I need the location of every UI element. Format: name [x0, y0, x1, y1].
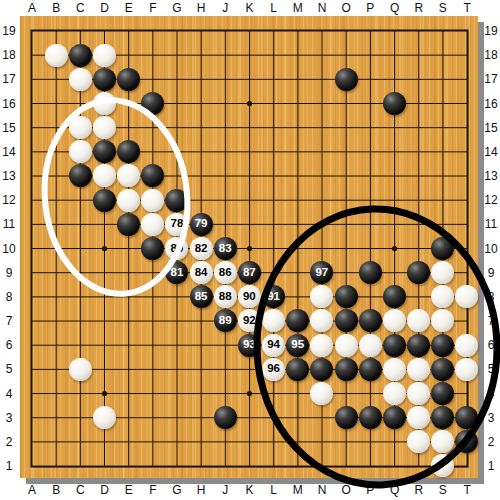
intersection[interactable] — [189, 116, 213, 140]
intersection[interactable] — [141, 357, 165, 381]
intersection[interactable]: 85 — [189, 285, 213, 309]
intersection[interactable] — [117, 212, 141, 236]
intersection[interactable] — [141, 333, 165, 357]
intersection[interactable] — [44, 381, 68, 405]
intersection[interactable] — [20, 236, 44, 260]
intersection[interactable] — [358, 212, 382, 236]
intersection[interactable] — [358, 357, 382, 381]
intersection[interactable] — [455, 116, 479, 140]
intersection[interactable]: 97 — [310, 260, 334, 284]
intersection[interactable] — [141, 285, 165, 309]
intersection[interactable] — [165, 285, 189, 309]
intersection[interactable] — [92, 381, 116, 405]
intersection[interactable] — [334, 67, 358, 91]
intersection[interactable] — [431, 116, 455, 140]
intersection[interactable] — [165, 405, 189, 429]
intersection[interactable] — [237, 236, 261, 260]
intersection[interactable] — [92, 188, 116, 212]
intersection[interactable] — [20, 140, 44, 164]
intersection[interactable] — [310, 309, 334, 333]
intersection[interactable] — [358, 116, 382, 140]
intersection[interactable] — [141, 260, 165, 284]
intersection[interactable] — [189, 188, 213, 212]
intersection[interactable] — [431, 357, 455, 381]
intersection[interactable] — [406, 19, 430, 43]
intersection[interactable] — [141, 188, 165, 212]
intersection[interactable] — [334, 381, 358, 405]
intersection[interactable] — [92, 405, 116, 429]
intersection[interactable] — [431, 43, 455, 67]
intersection[interactable] — [92, 454, 116, 478]
intersection[interactable] — [20, 43, 44, 67]
intersection[interactable] — [117, 430, 141, 454]
intersection[interactable] — [261, 116, 285, 140]
intersection[interactable] — [406, 309, 430, 333]
intersection[interactable] — [68, 381, 92, 405]
intersection[interactable] — [117, 164, 141, 188]
intersection[interactable] — [237, 67, 261, 91]
intersection[interactable] — [358, 285, 382, 309]
intersection[interactable] — [44, 357, 68, 381]
intersection[interactable] — [92, 116, 116, 140]
intersection[interactable] — [286, 116, 310, 140]
intersection[interactable] — [117, 19, 141, 43]
intersection[interactable] — [334, 309, 358, 333]
intersection[interactable] — [92, 333, 116, 357]
intersection[interactable] — [189, 164, 213, 188]
intersection[interactable] — [44, 285, 68, 309]
intersection[interactable] — [237, 116, 261, 140]
intersection[interactable] — [68, 116, 92, 140]
intersection[interactable] — [189, 19, 213, 43]
intersection[interactable] — [20, 19, 44, 43]
intersection[interactable] — [406, 140, 430, 164]
intersection[interactable] — [261, 140, 285, 164]
intersection[interactable] — [44, 333, 68, 357]
intersection[interactable]: 92 — [237, 309, 261, 333]
intersection[interactable] — [92, 285, 116, 309]
intersection[interactable] — [20, 309, 44, 333]
intersection[interactable] — [237, 164, 261, 188]
intersection[interactable] — [141, 43, 165, 67]
intersection[interactable] — [165, 67, 189, 91]
intersection[interactable] — [141, 67, 165, 91]
intersection[interactable] — [141, 140, 165, 164]
intersection[interactable] — [68, 260, 92, 284]
intersection[interactable] — [92, 212, 116, 236]
intersection[interactable] — [44, 19, 68, 43]
intersection[interactable] — [189, 430, 213, 454]
intersection[interactable] — [44, 43, 68, 67]
intersection[interactable] — [44, 236, 68, 260]
intersection[interactable] — [117, 309, 141, 333]
intersection[interactable] — [261, 454, 285, 478]
intersection[interactable] — [406, 357, 430, 381]
intersection[interactable]: 89 — [213, 309, 237, 333]
intersection[interactable] — [455, 19, 479, 43]
intersection[interactable] — [213, 19, 237, 43]
intersection[interactable] — [431, 164, 455, 188]
intersection[interactable] — [334, 405, 358, 429]
intersection[interactable] — [189, 140, 213, 164]
intersection[interactable] — [455, 333, 479, 357]
intersection[interactable] — [455, 309, 479, 333]
intersection[interactable] — [382, 260, 406, 284]
intersection[interactable] — [310, 454, 334, 478]
intersection[interactable] — [68, 236, 92, 260]
intersection[interactable] — [286, 285, 310, 309]
intersection[interactable] — [382, 454, 406, 478]
intersection[interactable] — [261, 91, 285, 115]
intersection[interactable] — [117, 260, 141, 284]
intersection[interactable] — [455, 430, 479, 454]
intersection[interactable] — [431, 309, 455, 333]
intersection[interactable] — [165, 43, 189, 67]
intersection[interactable]: 78 — [165, 212, 189, 236]
intersection[interactable] — [213, 333, 237, 357]
intersection[interactable] — [117, 454, 141, 478]
intersection[interactable] — [68, 430, 92, 454]
intersection[interactable] — [237, 91, 261, 115]
intersection[interactable] — [141, 236, 165, 260]
intersection[interactable] — [141, 430, 165, 454]
intersection[interactable] — [44, 212, 68, 236]
intersection[interactable] — [44, 309, 68, 333]
intersection[interactable] — [334, 91, 358, 115]
intersection[interactable] — [68, 67, 92, 91]
intersection[interactable]: 90 — [237, 285, 261, 309]
intersection[interactable] — [165, 454, 189, 478]
intersection[interactable] — [20, 381, 44, 405]
intersection[interactable] — [382, 140, 406, 164]
intersection[interactable] — [431, 405, 455, 429]
intersection[interactable] — [431, 236, 455, 260]
intersection[interactable] — [189, 333, 213, 357]
intersection[interactable] — [286, 188, 310, 212]
intersection[interactable] — [358, 67, 382, 91]
intersection[interactable] — [382, 164, 406, 188]
intersection[interactable] — [382, 19, 406, 43]
intersection[interactable] — [117, 140, 141, 164]
intersection[interactable] — [310, 19, 334, 43]
intersection[interactable] — [455, 140, 479, 164]
intersection[interactable] — [213, 212, 237, 236]
intersection[interactable] — [286, 381, 310, 405]
intersection[interactable] — [431, 212, 455, 236]
intersection[interactable] — [92, 91, 116, 115]
intersection[interactable] — [382, 43, 406, 67]
intersection[interactable] — [68, 285, 92, 309]
intersection[interactable] — [189, 43, 213, 67]
intersection[interactable] — [117, 43, 141, 67]
intersection[interactable] — [334, 285, 358, 309]
intersection[interactable] — [382, 430, 406, 454]
intersection[interactable] — [213, 43, 237, 67]
intersection[interactable] — [431, 430, 455, 454]
intersection[interactable] — [92, 309, 116, 333]
intersection[interactable] — [165, 357, 189, 381]
intersection[interactable] — [406, 430, 430, 454]
intersection[interactable] — [310, 164, 334, 188]
intersection[interactable] — [117, 116, 141, 140]
intersection[interactable]: 95 — [286, 333, 310, 357]
intersection[interactable] — [334, 188, 358, 212]
intersection[interactable] — [310, 43, 334, 67]
intersection[interactable] — [117, 67, 141, 91]
intersection[interactable]: 83 — [213, 236, 237, 260]
intersection[interactable] — [406, 405, 430, 429]
intersection[interactable] — [286, 454, 310, 478]
intersection[interactable] — [286, 405, 310, 429]
intersection[interactable]: 88 — [213, 285, 237, 309]
intersection[interactable] — [117, 188, 141, 212]
intersection[interactable] — [334, 140, 358, 164]
intersection[interactable] — [286, 140, 310, 164]
intersection[interactable]: 94 — [261, 333, 285, 357]
intersection[interactable] — [431, 285, 455, 309]
intersection[interactable] — [261, 381, 285, 405]
intersection[interactable] — [455, 164, 479, 188]
intersection[interactable] — [165, 381, 189, 405]
intersection[interactable] — [165, 430, 189, 454]
intersection[interactable] — [382, 212, 406, 236]
intersection[interactable] — [286, 309, 310, 333]
intersection[interactable] — [310, 140, 334, 164]
intersection[interactable] — [286, 260, 310, 284]
intersection[interactable] — [431, 67, 455, 91]
intersection[interactable] — [68, 309, 92, 333]
intersection[interactable] — [358, 381, 382, 405]
intersection[interactable] — [431, 333, 455, 357]
intersection[interactable] — [261, 236, 285, 260]
intersection[interactable] — [310, 430, 334, 454]
intersection[interactable] — [358, 405, 382, 429]
intersection[interactable] — [213, 454, 237, 478]
intersection[interactable] — [165, 164, 189, 188]
intersection[interactable] — [213, 164, 237, 188]
intersection[interactable] — [382, 309, 406, 333]
intersection[interactable] — [310, 285, 334, 309]
intersection[interactable] — [261, 43, 285, 67]
intersection[interactable] — [382, 333, 406, 357]
intersection[interactable] — [20, 405, 44, 429]
intersection[interactable] — [237, 19, 261, 43]
intersection[interactable] — [20, 91, 44, 115]
intersection[interactable] — [141, 164, 165, 188]
intersection[interactable] — [213, 140, 237, 164]
intersection[interactable] — [68, 454, 92, 478]
intersection[interactable]: 80 — [165, 236, 189, 260]
intersection[interactable] — [20, 430, 44, 454]
intersection[interactable] — [286, 91, 310, 115]
intersection[interactable] — [68, 333, 92, 357]
intersection[interactable] — [406, 212, 430, 236]
intersection[interactable] — [310, 212, 334, 236]
intersection[interactable] — [141, 116, 165, 140]
intersection[interactable] — [213, 357, 237, 381]
intersection[interactable] — [213, 381, 237, 405]
intersection[interactable] — [310, 91, 334, 115]
intersection[interactable] — [68, 43, 92, 67]
intersection[interactable] — [358, 430, 382, 454]
intersection[interactable] — [189, 357, 213, 381]
intersection[interactable] — [406, 164, 430, 188]
intersection[interactable] — [334, 19, 358, 43]
intersection[interactable] — [431, 91, 455, 115]
intersection[interactable] — [117, 285, 141, 309]
intersection[interactable] — [92, 67, 116, 91]
intersection[interactable] — [237, 43, 261, 67]
intersection[interactable] — [382, 116, 406, 140]
intersection[interactable] — [455, 454, 479, 478]
intersection[interactable] — [455, 43, 479, 67]
intersection[interactable] — [358, 333, 382, 357]
intersection[interactable] — [141, 454, 165, 478]
intersection[interactable]: 79 — [189, 212, 213, 236]
intersection[interactable] — [141, 19, 165, 43]
intersection[interactable]: 84 — [189, 260, 213, 284]
intersection[interactable] — [44, 67, 68, 91]
intersection[interactable]: 82 — [189, 236, 213, 260]
intersection[interactable] — [165, 309, 189, 333]
intersection[interactable] — [431, 140, 455, 164]
intersection[interactable] — [334, 164, 358, 188]
intersection[interactable] — [20, 285, 44, 309]
intersection[interactable] — [334, 454, 358, 478]
intersection[interactable]: 96 — [261, 357, 285, 381]
intersection[interactable] — [455, 212, 479, 236]
intersection[interactable] — [455, 285, 479, 309]
intersection[interactable] — [382, 285, 406, 309]
intersection[interactable] — [141, 212, 165, 236]
intersection[interactable] — [44, 91, 68, 115]
intersection[interactable] — [261, 430, 285, 454]
intersection[interactable] — [189, 405, 213, 429]
intersection[interactable] — [286, 430, 310, 454]
intersection[interactable] — [213, 91, 237, 115]
intersection[interactable] — [334, 212, 358, 236]
intersection[interactable]: 81 — [165, 260, 189, 284]
intersection[interactable] — [68, 140, 92, 164]
intersection[interactable] — [382, 188, 406, 212]
intersection[interactable] — [358, 188, 382, 212]
intersection[interactable] — [431, 19, 455, 43]
intersection[interactable] — [44, 260, 68, 284]
intersection[interactable] — [310, 236, 334, 260]
intersection[interactable] — [261, 188, 285, 212]
intersection[interactable] — [334, 43, 358, 67]
intersection[interactable] — [382, 381, 406, 405]
intersection[interactable] — [310, 357, 334, 381]
intersection[interactable] — [286, 19, 310, 43]
intersection[interactable] — [334, 116, 358, 140]
intersection[interactable] — [44, 430, 68, 454]
intersection[interactable] — [310, 188, 334, 212]
intersection[interactable] — [165, 116, 189, 140]
intersection[interactable] — [20, 454, 44, 478]
intersection[interactable] — [382, 67, 406, 91]
intersection[interactable]: 86 — [213, 260, 237, 284]
intersection[interactable] — [406, 188, 430, 212]
intersection[interactable] — [92, 140, 116, 164]
intersection[interactable] — [237, 212, 261, 236]
intersection[interactable] — [68, 188, 92, 212]
intersection[interactable] — [358, 454, 382, 478]
intersection[interactable] — [237, 140, 261, 164]
intersection[interactable] — [165, 19, 189, 43]
intersection[interactable] — [92, 164, 116, 188]
intersection[interactable] — [237, 357, 261, 381]
intersection[interactable] — [141, 91, 165, 115]
intersection[interactable] — [286, 164, 310, 188]
intersection[interactable] — [44, 164, 68, 188]
intersection[interactable]: 93 — [237, 333, 261, 357]
intersection[interactable] — [334, 430, 358, 454]
intersection[interactable]: 87 — [237, 260, 261, 284]
intersection[interactable] — [431, 381, 455, 405]
intersection[interactable] — [213, 188, 237, 212]
intersection[interactable] — [44, 116, 68, 140]
intersection[interactable] — [44, 188, 68, 212]
intersection[interactable] — [189, 454, 213, 478]
intersection[interactable] — [334, 260, 358, 284]
intersection[interactable] — [165, 140, 189, 164]
intersection[interactable] — [406, 260, 430, 284]
intersection[interactable] — [165, 91, 189, 115]
intersection[interactable] — [92, 43, 116, 67]
intersection[interactable] — [406, 454, 430, 478]
intersection[interactable] — [358, 43, 382, 67]
intersection[interactable] — [92, 430, 116, 454]
intersection[interactable] — [20, 116, 44, 140]
intersection[interactable] — [261, 405, 285, 429]
intersection[interactable] — [20, 188, 44, 212]
intersection[interactable] — [406, 67, 430, 91]
intersection[interactable] — [68, 19, 92, 43]
intersection[interactable] — [406, 91, 430, 115]
intersection[interactable] — [358, 140, 382, 164]
intersection[interactable] — [310, 67, 334, 91]
intersection[interactable] — [358, 309, 382, 333]
intersection[interactable] — [117, 357, 141, 381]
intersection[interactable] — [431, 454, 455, 478]
intersection[interactable] — [117, 381, 141, 405]
intersection[interactable] — [68, 357, 92, 381]
intersection[interactable] — [286, 212, 310, 236]
intersection[interactable] — [406, 116, 430, 140]
intersection[interactable] — [92, 260, 116, 284]
intersection[interactable] — [117, 405, 141, 429]
intersection[interactable] — [261, 164, 285, 188]
intersection[interactable] — [455, 188, 479, 212]
intersection[interactable] — [286, 43, 310, 67]
intersection[interactable] — [431, 260, 455, 284]
intersection[interactable] — [358, 91, 382, 115]
intersection[interactable] — [213, 67, 237, 91]
intersection[interactable] — [382, 236, 406, 260]
intersection[interactable] — [310, 116, 334, 140]
intersection[interactable] — [189, 91, 213, 115]
intersection[interactable] — [382, 357, 406, 381]
intersection[interactable] — [189, 381, 213, 405]
intersection[interactable] — [406, 43, 430, 67]
intersection[interactable] — [20, 333, 44, 357]
intersection[interactable] — [68, 91, 92, 115]
intersection[interactable] — [44, 140, 68, 164]
intersection[interactable] — [406, 381, 430, 405]
intersection[interactable] — [68, 405, 92, 429]
intersection[interactable] — [44, 405, 68, 429]
